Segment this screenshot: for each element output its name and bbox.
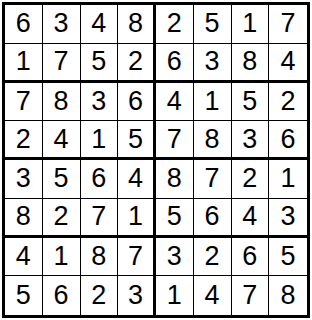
cell-r7c5: 3 [156, 238, 194, 277]
cell-r1c7: 1 [232, 5, 270, 44]
sudoku-grid: 6348251717526384783641522415783635648721… [2, 2, 310, 318]
cell-r7c6: 2 [194, 238, 232, 277]
cell-r5c3: 6 [81, 160, 119, 199]
cell-r3c5: 4 [156, 83, 194, 122]
cell-r2c5: 6 [156, 44, 194, 83]
cell-r4c6: 8 [194, 121, 232, 160]
cell-r1c4: 8 [118, 5, 156, 44]
cell-r1c2: 3 [43, 5, 81, 44]
cell-r4c1: 2 [5, 121, 43, 160]
cell-r2c2: 7 [43, 44, 81, 83]
cell-r2c6: 3 [194, 44, 232, 83]
cell-r7c1: 4 [5, 238, 43, 277]
cell-r1c5: 2 [156, 5, 194, 44]
cell-r5c6: 7 [194, 160, 232, 199]
cell-r2c7: 8 [232, 44, 270, 83]
cell-r7c3: 8 [81, 238, 119, 277]
cell-r3c6: 1 [194, 83, 232, 122]
cell-r1c6: 5 [194, 5, 232, 44]
cell-r2c3: 5 [81, 44, 119, 83]
cell-r3c4: 6 [118, 83, 156, 122]
cell-r6c4: 1 [118, 199, 156, 238]
cell-r4c3: 1 [81, 121, 119, 160]
cell-r6c5: 5 [156, 199, 194, 238]
cell-r4c5: 7 [156, 121, 194, 160]
cell-r7c2: 1 [43, 238, 81, 277]
cell-r6c3: 7 [81, 199, 119, 238]
cell-r3c7: 5 [232, 83, 270, 122]
sudoku-board: 6348251717526384783641522415783635648721… [0, 0, 312, 320]
cell-r1c1: 6 [5, 5, 43, 44]
cell-r6c8: 3 [269, 199, 307, 238]
cell-r2c8: 4 [269, 44, 307, 83]
cell-r7c4: 7 [118, 238, 156, 277]
cell-r8c6: 4 [194, 276, 232, 315]
cell-r5c4: 4 [118, 160, 156, 199]
cell-r7c7: 6 [232, 238, 270, 277]
cell-r8c1: 5 [5, 276, 43, 315]
cell-r3c8: 2 [269, 83, 307, 122]
cell-r5c8: 1 [269, 160, 307, 199]
cell-r8c8: 8 [269, 276, 307, 315]
cell-r8c7: 7 [232, 276, 270, 315]
cell-r7c8: 5 [269, 238, 307, 277]
cell-r4c7: 3 [232, 121, 270, 160]
cell-r4c2: 4 [43, 121, 81, 160]
cell-r3c1: 7 [5, 83, 43, 122]
cell-r5c5: 8 [156, 160, 194, 199]
cell-r6c1: 8 [5, 199, 43, 238]
cell-r5c1: 3 [5, 160, 43, 199]
cell-r2c4: 2 [118, 44, 156, 83]
cell-r1c8: 7 [269, 5, 307, 44]
cell-r5c2: 5 [43, 160, 81, 199]
cell-r5c7: 2 [232, 160, 270, 199]
cell-r4c4: 5 [118, 121, 156, 160]
cell-r3c2: 8 [43, 83, 81, 122]
cell-r3c3: 3 [81, 83, 119, 122]
cell-r4c8: 6 [269, 121, 307, 160]
cell-r8c3: 2 [81, 276, 119, 315]
cell-r1c3: 4 [81, 5, 119, 44]
cell-r8c5: 1 [156, 276, 194, 315]
cell-r6c7: 4 [232, 199, 270, 238]
cell-r2c1: 1 [5, 44, 43, 83]
cell-r6c6: 6 [194, 199, 232, 238]
cell-r8c2: 6 [43, 276, 81, 315]
cell-r8c4: 3 [118, 276, 156, 315]
cell-r6c2: 2 [43, 199, 81, 238]
